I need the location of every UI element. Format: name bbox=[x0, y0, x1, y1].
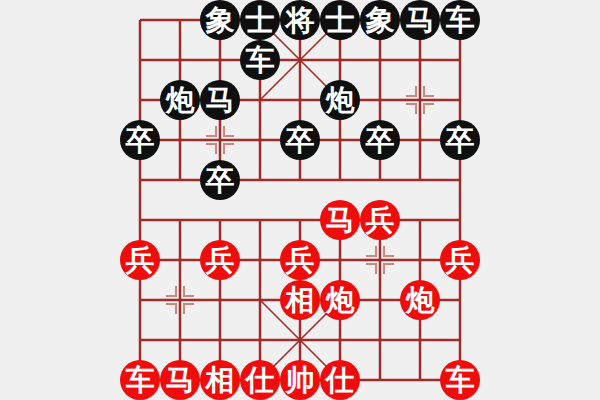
piece-red-general[interactable]: 帅 bbox=[280, 360, 320, 400]
piece-black-elephant[interactable]: 象 bbox=[360, 0, 400, 40]
piece-black-soldier[interactable]: 卒 bbox=[360, 120, 400, 160]
board-grid: 象士将士象马车车炮马炮卒卒卒卒卒马兵兵兵兵兵相炮炮车马相仕帅仕车 bbox=[120, 0, 480, 400]
piece-black-soldier[interactable]: 卒 bbox=[440, 120, 480, 160]
piece-black-chariot[interactable]: 车 bbox=[240, 40, 280, 80]
piece-black-horse[interactable]: 马 bbox=[400, 0, 440, 40]
piece-black-advisor[interactable]: 士 bbox=[240, 0, 280, 40]
piece-black-elephant[interactable]: 象 bbox=[200, 0, 240, 40]
piece-red-advisor[interactable]: 仕 bbox=[320, 360, 360, 400]
piece-black-horse[interactable]: 马 bbox=[200, 80, 240, 120]
piece-black-chariot[interactable]: 车 bbox=[440, 0, 480, 40]
piece-red-soldier[interactable]: 兵 bbox=[360, 200, 400, 240]
piece-black-soldier[interactable]: 卒 bbox=[120, 120, 160, 160]
piece-red-elephant[interactable]: 相 bbox=[200, 360, 240, 400]
piece-red-soldier[interactable]: 兵 bbox=[440, 240, 480, 280]
piece-red-chariot[interactable]: 车 bbox=[120, 360, 160, 400]
piece-red-advisor[interactable]: 仕 bbox=[240, 360, 280, 400]
xiangqi-board: 象士将士象马车车炮马炮卒卒卒卒卒马兵兵兵兵兵相炮炮车马相仕帅仕车 bbox=[120, 0, 480, 400]
piece-black-advisor[interactable]: 士 bbox=[320, 0, 360, 40]
piece-red-horse[interactable]: 马 bbox=[320, 200, 360, 240]
piece-red-soldier[interactable]: 兵 bbox=[200, 240, 240, 280]
piece-black-soldier[interactable]: 卒 bbox=[200, 160, 240, 200]
piece-black-cannon[interactable]: 炮 bbox=[160, 80, 200, 120]
piece-black-general[interactable]: 将 bbox=[280, 0, 320, 40]
piece-red-soldier[interactable]: 兵 bbox=[280, 240, 320, 280]
xiangqi-app: 象士将士象马车车炮马炮卒卒卒卒卒马兵兵兵兵兵相炮炮车马相仕帅仕车 bbox=[0, 0, 600, 400]
piece-red-elephant[interactable]: 相 bbox=[280, 280, 320, 320]
piece-black-cannon[interactable]: 炮 bbox=[320, 80, 360, 120]
piece-red-soldier[interactable]: 兵 bbox=[120, 240, 160, 280]
piece-red-chariot[interactable]: 车 bbox=[440, 360, 480, 400]
piece-red-horse[interactable]: 马 bbox=[160, 360, 200, 400]
piece-red-cannon[interactable]: 炮 bbox=[400, 280, 440, 320]
piece-black-soldier[interactable]: 卒 bbox=[280, 120, 320, 160]
piece-red-cannon[interactable]: 炮 bbox=[320, 280, 360, 320]
